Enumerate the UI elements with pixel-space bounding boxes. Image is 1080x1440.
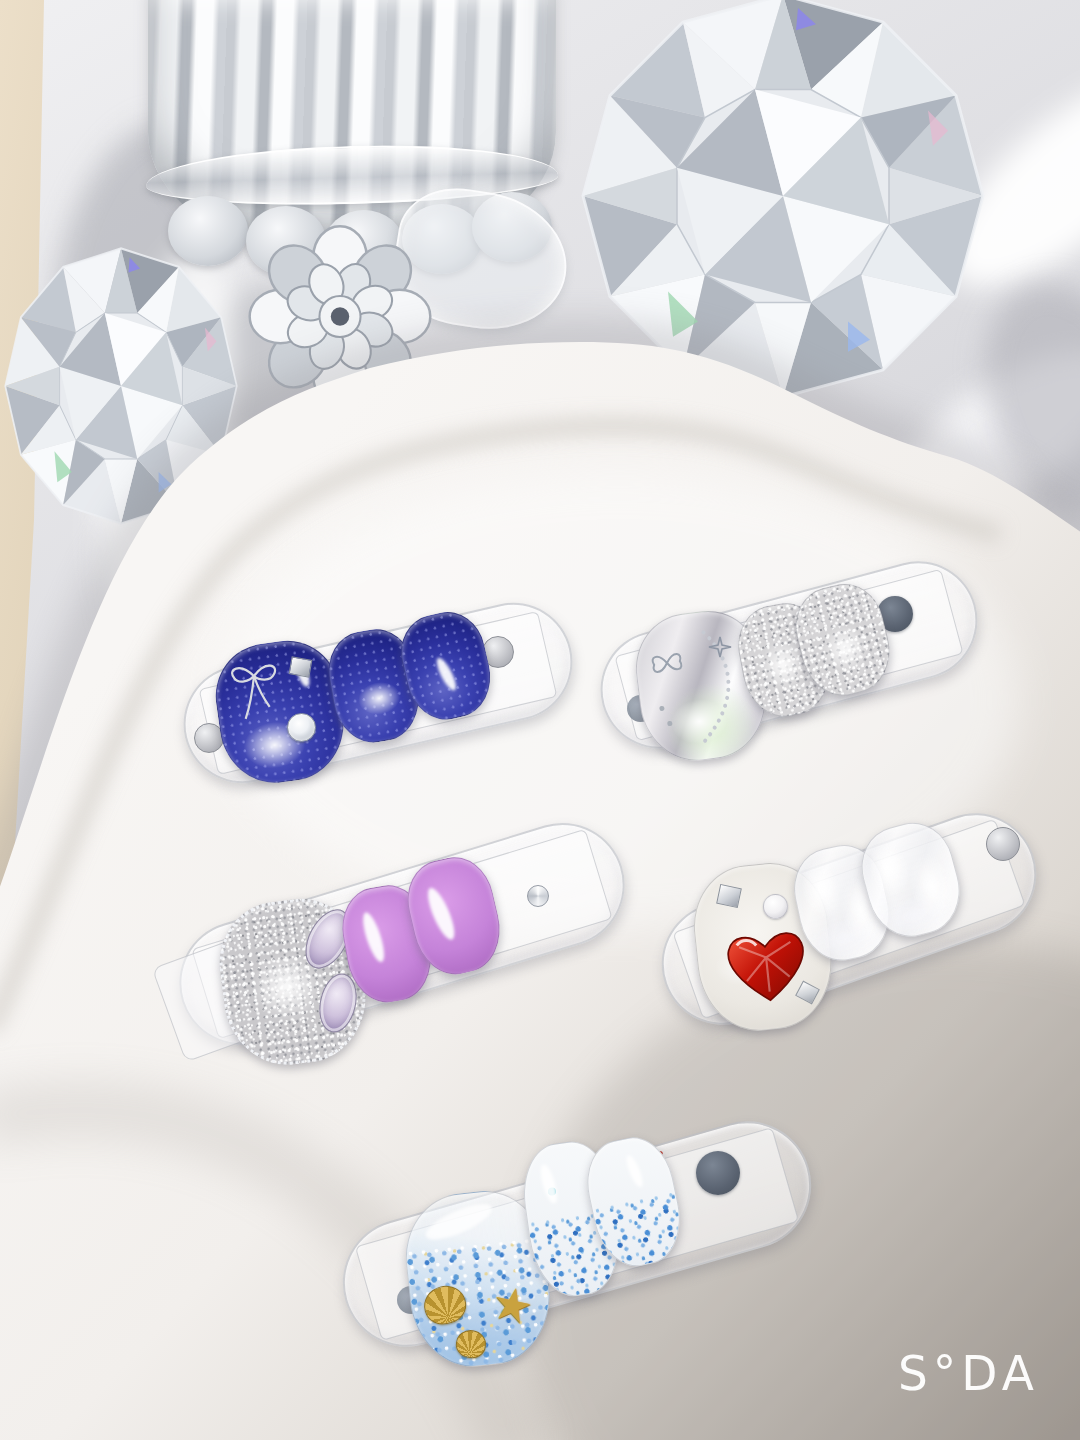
butterfly-charm-icon bbox=[646, 643, 689, 684]
magnet-disc bbox=[696, 1151, 740, 1195]
photo-canvas: ★ S°DA bbox=[0, 0, 1080, 1440]
round-rhinestone bbox=[287, 713, 316, 742]
sparkle-charm-icon bbox=[708, 636, 732, 658]
gloss-highlight bbox=[624, 1154, 646, 1189]
gloss-highlight bbox=[433, 656, 459, 693]
pearl bbox=[763, 894, 788, 919]
gloss-highlight bbox=[359, 910, 388, 964]
square-stud bbox=[289, 656, 313, 677]
gloss-highlight bbox=[356, 679, 403, 718]
gloss-highlight bbox=[422, 1197, 497, 1246]
magnet-disc bbox=[986, 827, 1020, 861]
cat-eye-shine bbox=[817, 621, 873, 677]
heart-gem bbox=[720, 922, 814, 1011]
soda-watermark: S°DA bbox=[898, 1345, 1039, 1401]
bow-charm-icon bbox=[219, 649, 291, 726]
square-stud bbox=[716, 884, 742, 908]
gloss-highlight bbox=[538, 1163, 561, 1205]
gloss-highlight bbox=[423, 885, 460, 943]
screw-stud bbox=[527, 885, 549, 907]
